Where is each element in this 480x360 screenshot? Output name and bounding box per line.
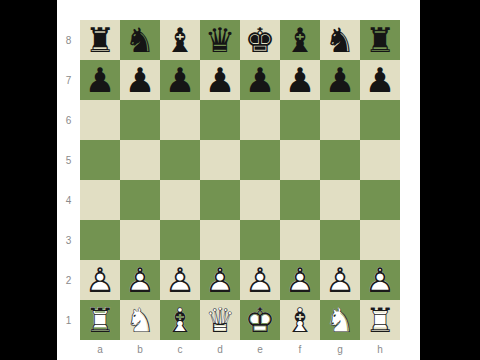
file-labels: abcdefgh <box>80 340 400 359</box>
file-label-a: a <box>80 340 120 359</box>
square-g8[interactable]: ♞ <box>320 20 360 60</box>
letterbox-left <box>0 0 57 360</box>
piece-white-pawn[interactable]: ♟♙ <box>200 260 240 300</box>
square-c2[interactable]: ♟♙ <box>160 260 200 300</box>
piece-white-queen[interactable]: ♛♕ <box>200 300 240 340</box>
piece-white-pawn[interactable]: ♟♙ <box>320 260 360 300</box>
square-c1[interactable]: ♝♗ <box>160 300 200 340</box>
square-f8[interactable]: ♝ <box>280 20 320 60</box>
square-b1[interactable]: ♞♘ <box>120 300 160 340</box>
square-g1[interactable]: ♞♘ <box>320 300 360 340</box>
video-frame: 87654321 ♜♞♝♛♚♝♞♜♟♟♟♟♟♟♟♟♟♙♟♙♟♙♟♙♟♙♟♙♟♙♟… <box>0 0 480 360</box>
square-a2[interactable]: ♟♙ <box>80 260 120 300</box>
rank-label-8: 8 <box>57 20 80 60</box>
rank-label-5: 5 <box>57 140 80 180</box>
square-b2[interactable]: ♟♙ <box>120 260 160 300</box>
square-g3[interactable] <box>320 220 360 260</box>
square-d4[interactable] <box>200 180 240 220</box>
square-d1[interactable]: ♛♕ <box>200 300 240 340</box>
piece-black-pawn[interactable]: ♟ <box>120 60 160 100</box>
piece-white-bishop[interactable]: ♝♗ <box>160 300 200 340</box>
file-label-h: h <box>360 340 400 359</box>
piece-black-rook[interactable]: ♜ <box>360 20 400 60</box>
file-label-d: d <box>200 340 240 359</box>
square-e7[interactable]: ♟ <box>240 60 280 100</box>
piece-white-pawn[interactable]: ♟♙ <box>120 260 160 300</box>
square-f2[interactable]: ♟♙ <box>280 260 320 300</box>
letterbox-right <box>420 0 480 360</box>
square-e6[interactable] <box>240 100 280 140</box>
square-h7[interactable]: ♟ <box>360 60 400 100</box>
piece-white-knight[interactable]: ♞♘ <box>320 300 360 340</box>
file-label-g: g <box>320 340 360 359</box>
piece-white-pawn[interactable]: ♟♙ <box>360 260 400 300</box>
square-h5[interactable] <box>360 140 400 180</box>
square-c6[interactable] <box>160 100 200 140</box>
square-c5[interactable] <box>160 140 200 180</box>
square-b5[interactable] <box>120 140 160 180</box>
rank-label-1: 1 <box>57 300 80 340</box>
square-b4[interactable] <box>120 180 160 220</box>
square-f5[interactable] <box>280 140 320 180</box>
piece-white-rook[interactable]: ♜♖ <box>360 300 400 340</box>
square-g2[interactable]: ♟♙ <box>320 260 360 300</box>
square-a8[interactable]: ♜ <box>80 20 120 60</box>
square-h8[interactable]: ♜ <box>360 20 400 60</box>
square-g5[interactable] <box>320 140 360 180</box>
piece-black-bishop[interactable]: ♝ <box>280 20 320 60</box>
square-f6[interactable] <box>280 100 320 140</box>
square-c7[interactable]: ♟ <box>160 60 200 100</box>
piece-white-pawn[interactable]: ♟♙ <box>240 260 280 300</box>
square-g6[interactable] <box>320 100 360 140</box>
piece-black-queen[interactable]: ♛ <box>200 20 240 60</box>
piece-black-pawn[interactable]: ♟ <box>320 60 360 100</box>
square-d8[interactable]: ♛ <box>200 20 240 60</box>
square-d5[interactable] <box>200 140 240 180</box>
square-b7[interactable]: ♟ <box>120 60 160 100</box>
square-a4[interactable] <box>80 180 120 220</box>
square-d6[interactable] <box>200 100 240 140</box>
square-e3[interactable] <box>240 220 280 260</box>
square-h4[interactable] <box>360 180 400 220</box>
rank-label-2: 2 <box>57 260 80 300</box>
square-c4[interactable] <box>160 180 200 220</box>
file-label-e: e <box>240 340 280 359</box>
square-a3[interactable] <box>80 220 120 260</box>
square-g7[interactable]: ♟ <box>320 60 360 100</box>
square-e8[interactable]: ♚ <box>240 20 280 60</box>
piece-black-king[interactable]: ♚ <box>240 20 280 60</box>
square-h1[interactable]: ♜♖ <box>360 300 400 340</box>
piece-black-pawn[interactable]: ♟ <box>80 60 120 100</box>
square-f7[interactable]: ♟ <box>280 60 320 100</box>
piece-white-rook[interactable]: ♜♖ <box>80 300 120 340</box>
file-label-b: b <box>120 340 160 359</box>
piece-black-pawn[interactable]: ♟ <box>280 60 320 100</box>
square-a7[interactable]: ♟ <box>80 60 120 100</box>
piece-white-knight[interactable]: ♞♘ <box>120 300 160 340</box>
piece-black-rook[interactable]: ♜ <box>80 20 120 60</box>
square-a5[interactable] <box>80 140 120 180</box>
square-d2[interactable]: ♟♙ <box>200 260 240 300</box>
file-label-c: c <box>160 340 200 359</box>
piece-black-pawn[interactable]: ♟ <box>200 60 240 100</box>
chess-board[interactable]: ♜♞♝♛♚♝♞♜♟♟♟♟♟♟♟♟♟♙♟♙♟♙♟♙♟♙♟♙♟♙♟♙♜♖♞♘♝♗♛♕… <box>80 20 400 340</box>
piece-black-pawn[interactable]: ♟ <box>160 60 200 100</box>
square-a1[interactable]: ♜♖ <box>80 300 120 340</box>
rank-label-7: 7 <box>57 60 80 100</box>
rank-labels: 87654321 <box>57 20 80 340</box>
piece-white-king[interactable]: ♚♔ <box>240 300 280 340</box>
piece-black-knight[interactable]: ♞ <box>320 20 360 60</box>
square-d3[interactable] <box>200 220 240 260</box>
rank-label-4: 4 <box>57 180 80 220</box>
square-f4[interactable] <box>280 180 320 220</box>
piece-white-pawn[interactable]: ♟♙ <box>280 260 320 300</box>
rank-label-6: 6 <box>57 100 80 140</box>
square-c8[interactable]: ♝ <box>160 20 200 60</box>
rank-label-3: 3 <box>57 220 80 260</box>
piece-black-pawn[interactable]: ♟ <box>360 60 400 100</box>
square-h2[interactable]: ♟♙ <box>360 260 400 300</box>
piece-black-bishop[interactable]: ♝ <box>160 20 200 60</box>
piece-white-bishop[interactable]: ♝♗ <box>280 300 320 340</box>
square-h3[interactable] <box>360 220 400 260</box>
piece-white-pawn[interactable]: ♟♙ <box>80 260 120 300</box>
piece-white-pawn[interactable]: ♟♙ <box>160 260 200 300</box>
piece-black-knight[interactable]: ♞ <box>120 20 160 60</box>
square-b8[interactable]: ♞ <box>120 20 160 60</box>
square-g4[interactable] <box>320 180 360 220</box>
square-b6[interactable] <box>120 100 160 140</box>
square-e2[interactable]: ♟♙ <box>240 260 280 300</box>
square-e5[interactable] <box>240 140 280 180</box>
square-a6[interactable] <box>80 100 120 140</box>
square-c3[interactable] <box>160 220 200 260</box>
square-f3[interactable] <box>280 220 320 260</box>
square-d7[interactable]: ♟ <box>200 60 240 100</box>
square-e4[interactable] <box>240 180 280 220</box>
piece-black-pawn[interactable]: ♟ <box>240 60 280 100</box>
square-b3[interactable] <box>120 220 160 260</box>
square-e1[interactable]: ♚♔ <box>240 300 280 340</box>
file-label-f: f <box>280 340 320 359</box>
square-h6[interactable] <box>360 100 400 140</box>
square-f1[interactable]: ♝♗ <box>280 300 320 340</box>
